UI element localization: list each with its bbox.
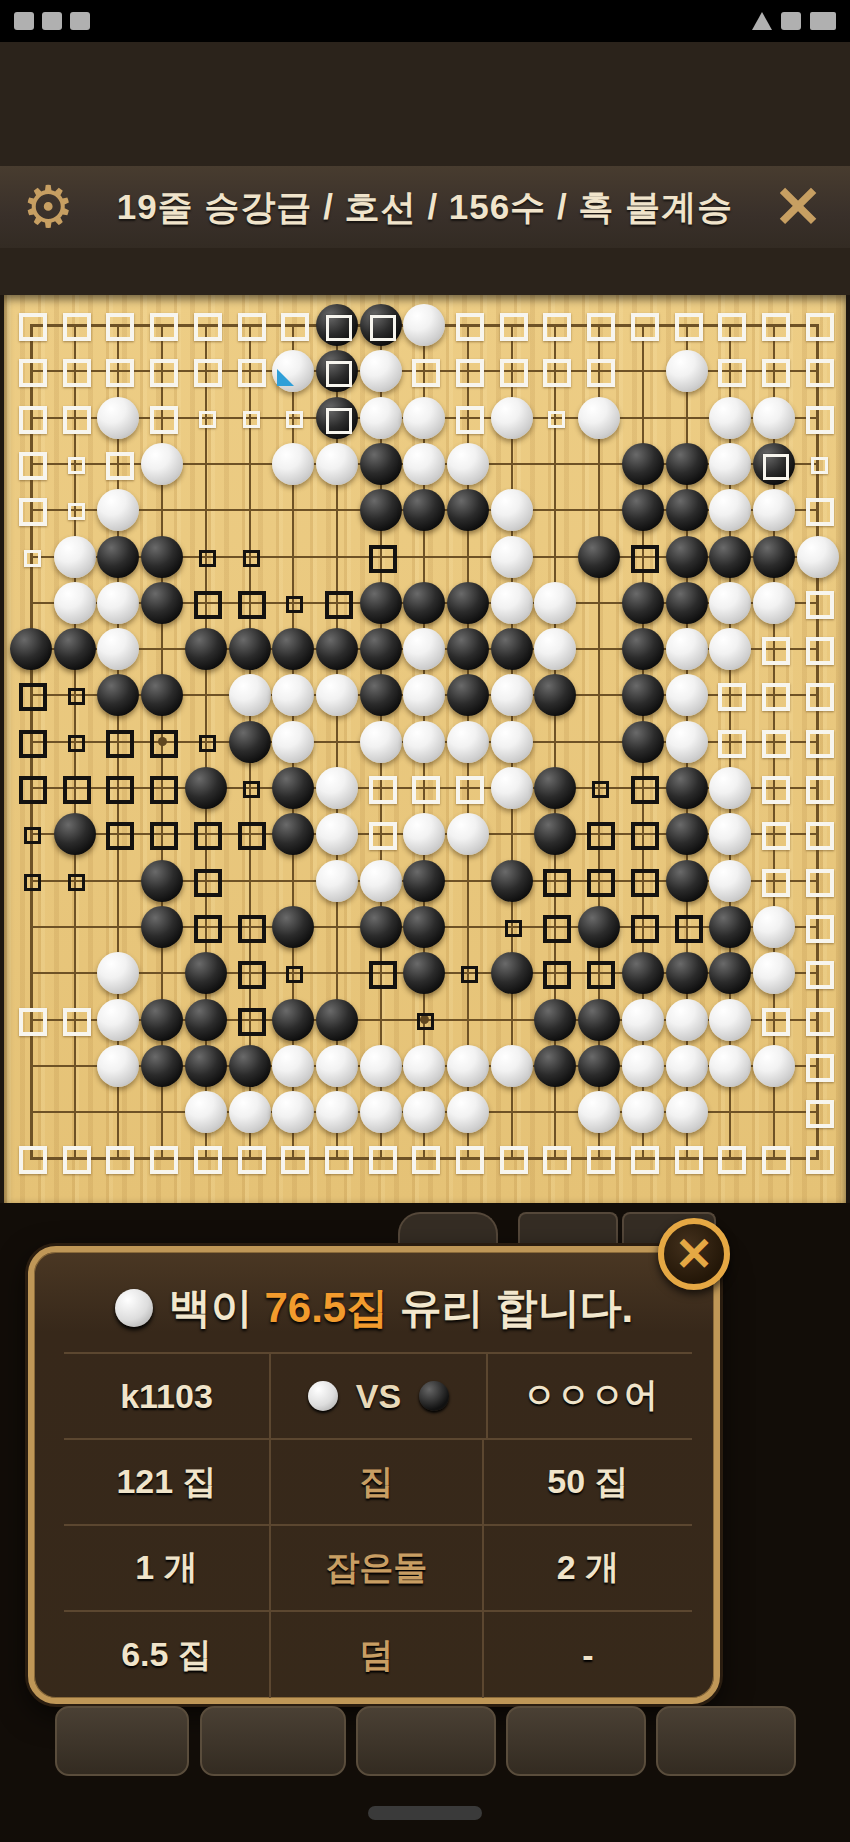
white-territory-marker	[446, 765, 490, 811]
white-territory-marker	[796, 348, 840, 394]
white-territory-marker	[490, 1135, 534, 1181]
white-territory-marker	[140, 348, 184, 394]
white-stone	[490, 534, 534, 580]
black-territory-marker	[577, 858, 621, 904]
white-territory-marker	[752, 302, 796, 348]
white-stone	[708, 765, 752, 811]
white-stone	[359, 719, 403, 765]
dead-black-stone-marked	[752, 441, 796, 487]
white-territory-marker	[796, 719, 840, 765]
white-stone	[271, 672, 315, 718]
white-territory-marker	[577, 1135, 621, 1181]
white-territory-marker	[315, 1135, 359, 1181]
white-territory-marker	[53, 302, 97, 348]
black-territory-marker	[446, 950, 490, 996]
black-territory-marker	[228, 904, 272, 950]
players-row: k1103 VS ㅇㅇㅇ어	[64, 1354, 692, 1440]
black-player-name: ㅇㅇㅇ어	[488, 1373, 692, 1419]
white-territory-marker	[9, 997, 53, 1043]
black-stone	[271, 904, 315, 950]
white-territory-marker	[533, 302, 577, 348]
gesture-nav-pill	[368, 1806, 482, 1820]
white-stone	[752, 487, 796, 533]
black-territory-marker	[140, 719, 184, 765]
white-territory-marker	[577, 348, 621, 394]
white-territory-marker	[228, 1135, 272, 1181]
battery-icon	[810, 12, 836, 30]
white-territory-marker	[708, 302, 752, 348]
white-territory-marker	[53, 348, 97, 394]
white-stone	[665, 997, 709, 1043]
black-territory-marker	[9, 672, 53, 718]
black-stone	[359, 904, 403, 950]
black-territory-marker	[577, 765, 621, 811]
black-stone	[577, 904, 621, 950]
black-territory-marker	[228, 997, 272, 1043]
black-stone	[752, 534, 796, 580]
black-stone	[621, 672, 665, 718]
white-stone	[621, 1043, 665, 1089]
white-territory-marker	[796, 487, 840, 533]
white-territory-marker	[533, 348, 577, 394]
white-stone	[402, 1089, 446, 1135]
black-territory-marker	[577, 950, 621, 996]
black-stone	[577, 534, 621, 580]
black-territory-marker	[96, 811, 140, 857]
white-stone	[228, 672, 272, 718]
result-text-prefix: 백이	[169, 1284, 265, 1331]
dialog-close-button[interactable]: ✕	[658, 1218, 730, 1290]
white-territory-marker	[9, 487, 53, 533]
white-stone	[446, 811, 490, 857]
white-territory-marker	[184, 395, 228, 441]
white-territory-marker	[9, 302, 53, 348]
white-stone	[490, 719, 534, 765]
black-stone	[446, 580, 490, 626]
black-stone	[96, 672, 140, 718]
white-territory-marker	[752, 858, 796, 904]
game-info-title: 19줄 승강급 / 호선 / 156수 / 흑 불계승	[90, 166, 760, 248]
black-stone	[228, 1043, 272, 1089]
black-stone	[665, 441, 709, 487]
black-stone	[228, 626, 272, 672]
white-territory-marker	[140, 1135, 184, 1181]
black-territory-marker	[359, 534, 403, 580]
white-stone	[665, 348, 709, 394]
bottom-menu-button[interactable]	[356, 1706, 496, 1776]
white-territory-marker	[402, 765, 446, 811]
white-stone-icon	[115, 1289, 153, 1327]
black-territory-marker	[621, 811, 665, 857]
white-territory-marker	[96, 348, 140, 394]
black-territory-marker	[96, 765, 140, 811]
black-territory-marker	[9, 765, 53, 811]
black-stone	[184, 765, 228, 811]
black-stone	[315, 626, 359, 672]
white-stone	[96, 580, 140, 626]
white-stone	[665, 1089, 709, 1135]
white-territory-marker	[796, 904, 840, 950]
white-stone	[271, 1043, 315, 1089]
notification-icon	[14, 12, 34, 30]
white-stone	[402, 626, 446, 672]
white-territory-marker	[708, 719, 752, 765]
white-stone	[752, 904, 796, 950]
black-stone	[577, 1043, 621, 1089]
white-stone	[752, 395, 796, 441]
black-stone	[577, 997, 621, 1043]
bottom-menu-button[interactable]	[200, 1706, 346, 1776]
white-stone	[315, 811, 359, 857]
black-komi-value: -	[484, 1636, 692, 1675]
white-territory-marker	[752, 811, 796, 857]
black-stone	[140, 580, 184, 626]
black-stone	[271, 997, 315, 1043]
black-stone	[402, 487, 446, 533]
white-territory-marker	[359, 1135, 403, 1181]
white-territory-marker	[796, 1043, 840, 1089]
white-stone	[271, 1089, 315, 1135]
black-territory-marker	[533, 950, 577, 996]
white-stone	[184, 1089, 228, 1135]
white-stone	[402, 672, 446, 718]
black-territory-marker	[184, 719, 228, 765]
white-territory-marker	[752, 626, 796, 672]
white-stone	[140, 441, 184, 487]
white-territory-marker	[796, 858, 840, 904]
white-stone	[621, 997, 665, 1043]
white-territory-marker	[446, 1135, 490, 1181]
black-stone	[9, 626, 53, 672]
black-territory-marker	[140, 811, 184, 857]
black-stone	[490, 858, 534, 904]
notification-icon	[42, 12, 62, 30]
black-stone	[708, 534, 752, 580]
white-territory-marker	[96, 1135, 140, 1181]
black-stone	[665, 858, 709, 904]
black-stone	[446, 672, 490, 718]
black-territory-marker	[228, 534, 272, 580]
black-stone	[708, 950, 752, 996]
white-stone	[446, 719, 490, 765]
black-captures-value: 2 개	[484, 1545, 692, 1591]
black-territory-marker	[402, 997, 446, 1043]
black-territory-marker	[271, 580, 315, 626]
white-territory-marker	[533, 395, 577, 441]
white-player-name: k1103	[64, 1377, 269, 1416]
black-stone	[708, 904, 752, 950]
white-stone	[402, 302, 446, 348]
black-territory-marker	[228, 811, 272, 857]
white-stone	[359, 1089, 403, 1135]
white-territory-marker	[490, 302, 534, 348]
white-territory-marker	[621, 1135, 665, 1181]
white-territory-marker	[796, 1089, 840, 1135]
black-stone	[315, 997, 359, 1043]
white-territory-marker	[271, 395, 315, 441]
white-stone	[96, 950, 140, 996]
dead-black-stone-marked	[315, 348, 359, 394]
black-stone-icon	[419, 1381, 449, 1411]
white-territory-marker	[796, 950, 840, 996]
white-territory-marker	[402, 348, 446, 394]
white-stone	[708, 858, 752, 904]
black-stone	[140, 534, 184, 580]
white-stone	[315, 858, 359, 904]
white-stone	[621, 1089, 665, 1135]
white-stone	[359, 858, 403, 904]
white-territory-marker	[665, 302, 709, 348]
dead-black-stone-marked	[359, 302, 403, 348]
black-stone	[402, 950, 446, 996]
black-territory-marker	[228, 950, 272, 996]
white-stone	[490, 672, 534, 718]
white-stone	[708, 395, 752, 441]
captures-row: 1 개 잡은돌 2 개	[64, 1526, 692, 1612]
white-territory-marker	[796, 302, 840, 348]
white-territory-marker	[9, 348, 53, 394]
black-stone	[621, 950, 665, 996]
white-territory-marker	[96, 441, 140, 487]
white-territory-marker	[53, 997, 97, 1043]
white-stone	[708, 997, 752, 1043]
black-territory-marker	[53, 719, 97, 765]
status-bar	[0, 0, 850, 42]
black-stone	[665, 580, 709, 626]
bottom-menu-button[interactable]	[656, 1706, 796, 1776]
white-territory-marker	[752, 672, 796, 718]
black-stone	[533, 997, 577, 1043]
white-komi-value: 6.5 집	[64, 1632, 269, 1678]
black-territory-marker	[96, 719, 140, 765]
white-stone	[96, 626, 140, 672]
white-stone	[53, 580, 97, 626]
white-territory-marker	[796, 580, 840, 626]
black-stone	[271, 765, 315, 811]
black-stone	[402, 858, 446, 904]
close-board-icon[interactable]: ✕	[770, 180, 826, 236]
white-stone	[796, 534, 840, 580]
black-territory-marker	[9, 858, 53, 904]
white-stone	[315, 672, 359, 718]
black-stone	[533, 672, 577, 718]
black-stone	[490, 626, 534, 672]
black-territory-marker	[621, 904, 665, 950]
white-territory-marker	[9, 395, 53, 441]
black-stone	[446, 487, 490, 533]
white-territory-value: 121 집	[64, 1459, 269, 1505]
black-stone	[359, 626, 403, 672]
white-stone	[708, 441, 752, 487]
bottom-menu-button[interactable]	[55, 1706, 189, 1776]
white-stone	[53, 534, 97, 580]
white-territory-marker	[621, 302, 665, 348]
black-stone	[621, 626, 665, 672]
white-stone	[315, 441, 359, 487]
white-stone	[402, 1043, 446, 1089]
black-stone	[140, 672, 184, 718]
black-stone	[140, 904, 184, 950]
black-territory-marker	[53, 765, 97, 811]
white-territory-marker	[228, 395, 272, 441]
black-stone	[533, 765, 577, 811]
black-stone	[184, 997, 228, 1043]
white-stone	[315, 765, 359, 811]
dead-black-stone-marked	[315, 302, 359, 348]
white-stone	[96, 997, 140, 1043]
white-territory-marker	[752, 765, 796, 811]
white-territory-marker	[533, 1135, 577, 1181]
vs-label: VS	[356, 1377, 401, 1416]
white-stone	[315, 1089, 359, 1135]
white-territory-marker	[184, 302, 228, 348]
white-stone	[271, 719, 315, 765]
territory-label: 집	[269, 1440, 484, 1524]
white-territory-marker	[271, 1135, 315, 1181]
white-territory-marker	[446, 348, 490, 394]
white-stone	[490, 487, 534, 533]
white-stone	[402, 811, 446, 857]
black-stone	[446, 626, 490, 672]
black-territory-marker	[140, 765, 184, 811]
dead-black-stone-marked	[315, 395, 359, 441]
white-stone	[359, 1043, 403, 1089]
black-territory-marker	[9, 719, 53, 765]
black-stone	[359, 487, 403, 533]
white-territory-marker	[402, 1135, 446, 1181]
black-stone	[184, 626, 228, 672]
white-territory-marker	[796, 441, 840, 487]
black-stone	[533, 811, 577, 857]
black-territory-marker	[621, 765, 665, 811]
result-margin-value: 76.5집	[264, 1284, 388, 1331]
white-stone	[752, 1043, 796, 1089]
black-stone	[140, 1043, 184, 1089]
white-territory-marker	[9, 1135, 53, 1181]
black-territory-marker	[184, 904, 228, 950]
white-stone	[577, 1089, 621, 1135]
white-stone	[271, 441, 315, 487]
white-territory-marker	[96, 302, 140, 348]
white-stone	[446, 1089, 490, 1135]
black-territory-marker	[53, 858, 97, 904]
white-territory-marker	[184, 1135, 228, 1181]
white-stone	[490, 765, 534, 811]
black-territory-marker	[359, 950, 403, 996]
white-stone-last-move	[271, 348, 315, 394]
black-stone	[621, 487, 665, 533]
notification-icon	[70, 12, 90, 30]
white-territory-marker	[796, 626, 840, 672]
white-stone	[533, 626, 577, 672]
score-result-dialog: 백이 76.5집 유리 합니다. k1103 VS ㅇㅇㅇ어 121 집 집 5…	[28, 1246, 720, 1704]
white-territory-marker	[140, 302, 184, 348]
white-territory-marker	[359, 765, 403, 811]
black-stone	[402, 904, 446, 950]
black-stone	[621, 441, 665, 487]
white-stone	[665, 1043, 709, 1089]
black-territory-marker	[184, 580, 228, 626]
black-stone	[665, 950, 709, 996]
white-territory-marker	[446, 302, 490, 348]
white-territory-marker	[796, 1135, 840, 1181]
black-stone	[359, 580, 403, 626]
white-stone	[533, 580, 577, 626]
white-stone	[665, 719, 709, 765]
black-stone	[490, 950, 534, 996]
black-territory-marker	[490, 904, 534, 950]
white-stone	[752, 950, 796, 996]
white-territory-marker	[796, 765, 840, 811]
white-territory-marker	[577, 302, 621, 348]
white-territory-marker	[9, 441, 53, 487]
black-stone	[359, 672, 403, 718]
signal-icon	[752, 12, 772, 30]
game-info-bar: ⚙ 19줄 승강급 / 호선 / 156수 / 흑 불계승 ✕	[0, 166, 850, 248]
white-territory-marker	[708, 672, 752, 718]
black-stone	[184, 950, 228, 996]
white-territory-marker	[490, 348, 534, 394]
white-territory-marker	[228, 348, 272, 394]
black-stone	[53, 626, 97, 672]
black-territory-value: 50 집	[484, 1459, 692, 1505]
white-stone	[490, 1043, 534, 1089]
white-stone	[708, 487, 752, 533]
white-stone	[665, 626, 709, 672]
white-stone	[228, 1089, 272, 1135]
black-stone	[53, 811, 97, 857]
white-territory-marker	[796, 811, 840, 857]
white-stone	[708, 580, 752, 626]
black-stone	[96, 534, 140, 580]
black-stone	[271, 626, 315, 672]
white-territory-marker	[708, 348, 752, 394]
score-table: k1103 VS ㅇㅇㅇ어 121 집 집 50 집 1 개 잡은돌 2 개 6…	[64, 1352, 692, 1698]
white-stone	[490, 580, 534, 626]
white-territory-marker	[53, 395, 97, 441]
white-stone	[577, 395, 621, 441]
captures-label: 잡은돌	[269, 1526, 484, 1610]
white-stone	[708, 626, 752, 672]
white-territory-marker	[708, 1135, 752, 1181]
white-territory-marker	[228, 302, 272, 348]
black-stone	[533, 1043, 577, 1089]
black-territory-marker	[9, 811, 53, 857]
white-territory-marker	[271, 302, 315, 348]
white-stone	[490, 395, 534, 441]
white-stone	[446, 1043, 490, 1089]
settings-gear-icon[interactable]: ⚙	[18, 177, 78, 237]
black-stone	[359, 441, 403, 487]
white-stone-icon	[308, 1381, 338, 1411]
go-board[interactable]	[4, 295, 846, 1203]
white-territory-marker	[796, 997, 840, 1043]
komi-row: 6.5 집 덤 -	[64, 1612, 692, 1698]
white-stone	[402, 395, 446, 441]
white-stone	[708, 1043, 752, 1089]
white-territory-marker	[665, 1135, 709, 1181]
wifi-icon	[781, 12, 801, 30]
white-stone	[96, 395, 140, 441]
white-territory-marker	[796, 672, 840, 718]
black-stone	[271, 811, 315, 857]
result-headline: 백이 76.5집 유리 합니다.	[34, 1280, 714, 1336]
black-territory-marker	[315, 580, 359, 626]
bottom-menu-button[interactable]	[506, 1706, 646, 1776]
white-territory-marker	[53, 441, 97, 487]
black-territory-marker	[621, 858, 665, 904]
black-territory-marker	[184, 858, 228, 904]
